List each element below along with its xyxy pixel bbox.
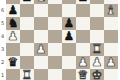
square-g5[interactable] xyxy=(90,17,104,30)
piece-white-knight-c7[interactable]: ♞ xyxy=(34,0,48,4)
piece-white-king-g1[interactable]: ♚ xyxy=(90,69,104,80)
square-b4[interactable] xyxy=(20,30,34,43)
square-c2[interactable] xyxy=(34,56,48,69)
rank-label-6: 6 xyxy=(0,4,5,17)
piece-white-rook-b1[interactable]: ♜ xyxy=(20,69,34,80)
piece-black-pawn-e4[interactable]: ♟ xyxy=(62,30,76,43)
chess-diagram: ♟♞♟♟♝♞♟♟♟♟♜♛♟♟♟♜♛♚ 654321 xyxy=(0,0,120,80)
square-e2[interactable] xyxy=(62,56,76,69)
square-f5[interactable] xyxy=(76,17,90,30)
rank-label-3: 3 xyxy=(0,43,5,56)
piece-black-pawn-f7[interactable]: ♟ xyxy=(76,0,90,4)
square-f4[interactable] xyxy=(76,30,90,43)
square-b3[interactable] xyxy=(20,43,34,56)
square-d4[interactable] xyxy=(48,30,62,43)
square-d5[interactable] xyxy=(48,17,62,30)
rank-label-1: 1 xyxy=(0,69,5,80)
square-c6[interactable] xyxy=(34,4,48,17)
square-d2[interactable] xyxy=(48,56,62,69)
square-b6[interactable] xyxy=(20,4,34,17)
square-h1[interactable] xyxy=(104,69,118,80)
square-e1[interactable] xyxy=(62,69,76,80)
chess-board[interactable]: ♟♞♟♟♝♞♟♟♟♟♜♛♟♟♟♜♛♚ xyxy=(6,0,118,80)
square-f6[interactable] xyxy=(76,4,90,17)
piece-white-pawn-h2[interactable]: ♟ xyxy=(104,56,118,69)
square-d6[interactable] xyxy=(48,4,62,17)
square-d3[interactable] xyxy=(48,43,62,56)
piece-white-pawn-a4[interactable]: ♟ xyxy=(6,30,20,43)
square-h5[interactable] xyxy=(104,17,118,30)
piece-white-pawn-c3[interactable]: ♟ xyxy=(34,43,48,56)
piece-black-queen-a2[interactable]: ♛ xyxy=(6,56,20,69)
rank-label-5: 5 xyxy=(0,17,5,30)
square-e3[interactable] xyxy=(62,43,76,56)
rank-label-2: 2 xyxy=(0,56,5,69)
piece-white-queen-f1[interactable]: ♛ xyxy=(76,69,90,80)
square-b5[interactable] xyxy=(20,17,34,30)
square-d1[interactable] xyxy=(48,69,62,80)
piece-white-bishop-h6[interactable]: ♝ xyxy=(104,4,118,17)
square-g6[interactable] xyxy=(90,4,104,17)
rank-label-4: 4 xyxy=(0,30,5,43)
square-h4[interactable] xyxy=(104,30,118,43)
square-a1[interactable] xyxy=(6,69,20,80)
square-c1[interactable] xyxy=(34,69,48,80)
square-c5[interactable] xyxy=(34,17,48,30)
piece-black-pawn-b7[interactable]: ♟ xyxy=(20,0,34,4)
